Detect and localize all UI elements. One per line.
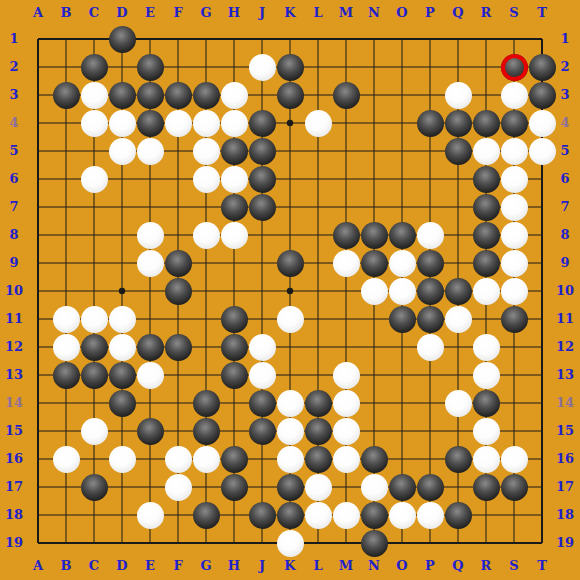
- intersection-C11[interactable]: [80, 305, 108, 333]
- intersection-C4[interactable]: [80, 109, 108, 137]
- intersection-P13[interactable]: [416, 361, 444, 389]
- intersection-N1[interactable]: [360, 25, 388, 53]
- intersection-J12[interactable]: [248, 333, 276, 361]
- intersection-D17[interactable]: [108, 473, 136, 501]
- intersection-N18[interactable]: [360, 501, 388, 529]
- intersection-O11[interactable]: [388, 305, 416, 333]
- intersection-O15[interactable]: [388, 417, 416, 445]
- intersection-T8[interactable]: [528, 221, 556, 249]
- intersection-B16[interactable]: [52, 445, 80, 473]
- intersection-E7[interactable]: [136, 193, 164, 221]
- intersection-N9[interactable]: [360, 249, 388, 277]
- intersection-K19[interactable]: [276, 529, 304, 557]
- intersection-D1[interactable]: [108, 25, 136, 53]
- intersection-J18[interactable]: [248, 501, 276, 529]
- intersection-O9[interactable]: [388, 249, 416, 277]
- intersection-R15[interactable]: [472, 417, 500, 445]
- intersection-B3[interactable]: [52, 81, 80, 109]
- intersection-N2[interactable]: [360, 53, 388, 81]
- intersection-Q8[interactable]: [444, 221, 472, 249]
- intersection-G3[interactable]: [192, 81, 220, 109]
- intersection-H11[interactable]: [220, 305, 248, 333]
- intersection-R16[interactable]: [472, 445, 500, 473]
- intersection-S7[interactable]: [500, 193, 528, 221]
- intersection-G2[interactable]: [192, 53, 220, 81]
- intersection-A7[interactable]: [24, 193, 52, 221]
- intersection-H4[interactable]: [220, 109, 248, 137]
- intersection-P9[interactable]: [416, 249, 444, 277]
- intersection-C10[interactable]: [80, 277, 108, 305]
- intersection-G12[interactable]: [192, 333, 220, 361]
- intersection-P10[interactable]: [416, 277, 444, 305]
- intersection-M18[interactable]: [332, 501, 360, 529]
- intersection-D6[interactable]: [108, 165, 136, 193]
- intersection-Q13[interactable]: [444, 361, 472, 389]
- intersection-P12[interactable]: [416, 333, 444, 361]
- intersection-B15[interactable]: [52, 417, 80, 445]
- intersection-S9[interactable]: [500, 249, 528, 277]
- intersection-Q18[interactable]: [444, 501, 472, 529]
- intersection-B2[interactable]: [52, 53, 80, 81]
- intersection-S10[interactable]: [500, 277, 528, 305]
- intersection-B19[interactable]: [52, 529, 80, 557]
- intersection-G18[interactable]: [192, 501, 220, 529]
- intersection-B10[interactable]: [52, 277, 80, 305]
- intersection-K12[interactable]: [276, 333, 304, 361]
- intersection-H12[interactable]: [220, 333, 248, 361]
- intersection-B17[interactable]: [52, 473, 80, 501]
- intersection-G1[interactable]: [192, 25, 220, 53]
- intersection-H16[interactable]: [220, 445, 248, 473]
- intersection-A3[interactable]: [24, 81, 52, 109]
- intersection-J5[interactable]: [248, 137, 276, 165]
- intersection-R4[interactable]: [472, 109, 500, 137]
- intersection-T9[interactable]: [528, 249, 556, 277]
- intersection-J9[interactable]: [248, 249, 276, 277]
- intersection-R3[interactable]: [472, 81, 500, 109]
- intersection-B5[interactable]: [52, 137, 80, 165]
- intersection-A19[interactable]: [24, 529, 52, 557]
- intersection-L11[interactable]: [304, 305, 332, 333]
- intersection-P11[interactable]: [416, 305, 444, 333]
- intersection-B12[interactable]: [52, 333, 80, 361]
- intersection-B6[interactable]: [52, 165, 80, 193]
- intersection-D16[interactable]: [108, 445, 136, 473]
- intersection-S12[interactable]: [500, 333, 528, 361]
- intersection-M3[interactable]: [332, 81, 360, 109]
- intersection-F11[interactable]: [164, 305, 192, 333]
- intersection-N7[interactable]: [360, 193, 388, 221]
- intersection-G10[interactable]: [192, 277, 220, 305]
- intersection-N5[interactable]: [360, 137, 388, 165]
- intersection-L14[interactable]: [304, 389, 332, 417]
- intersection-O19[interactable]: [388, 529, 416, 557]
- intersection-R19[interactable]: [472, 529, 500, 557]
- intersection-P14[interactable]: [416, 389, 444, 417]
- intersection-C9[interactable]: [80, 249, 108, 277]
- intersection-M4[interactable]: [332, 109, 360, 137]
- intersection-D10[interactable]: [108, 277, 136, 305]
- intersection-L1[interactable]: [304, 25, 332, 53]
- intersection-P18[interactable]: [416, 501, 444, 529]
- intersection-T19[interactable]: [528, 529, 556, 557]
- intersection-D19[interactable]: [108, 529, 136, 557]
- intersection-B11[interactable]: [52, 305, 80, 333]
- intersection-A5[interactable]: [24, 137, 52, 165]
- intersection-C13[interactable]: [80, 361, 108, 389]
- intersection-Q3[interactable]: [444, 81, 472, 109]
- intersection-P6[interactable]: [416, 165, 444, 193]
- intersection-H14[interactable]: [220, 389, 248, 417]
- intersection-L12[interactable]: [304, 333, 332, 361]
- intersection-C2[interactable]: [80, 53, 108, 81]
- intersection-F13[interactable]: [164, 361, 192, 389]
- intersection-S13[interactable]: [500, 361, 528, 389]
- intersection-C19[interactable]: [80, 529, 108, 557]
- intersection-R14[interactable]: [472, 389, 500, 417]
- intersection-O8[interactable]: [388, 221, 416, 249]
- intersection-J8[interactable]: [248, 221, 276, 249]
- intersection-S17[interactable]: [500, 473, 528, 501]
- intersection-N15[interactable]: [360, 417, 388, 445]
- intersection-A8[interactable]: [24, 221, 52, 249]
- intersection-A17[interactable]: [24, 473, 52, 501]
- intersection-A4[interactable]: [24, 109, 52, 137]
- intersection-S14[interactable]: [500, 389, 528, 417]
- intersection-A1[interactable]: [24, 25, 52, 53]
- intersection-E14[interactable]: [136, 389, 164, 417]
- intersection-L8[interactable]: [304, 221, 332, 249]
- intersection-F8[interactable]: [164, 221, 192, 249]
- intersection-R10[interactable]: [472, 277, 500, 305]
- intersection-T11[interactable]: [528, 305, 556, 333]
- intersection-E5[interactable]: [136, 137, 164, 165]
- intersection-O10[interactable]: [388, 277, 416, 305]
- intersection-K6[interactable]: [276, 165, 304, 193]
- intersection-Q15[interactable]: [444, 417, 472, 445]
- intersection-Q5[interactable]: [444, 137, 472, 165]
- intersection-T14[interactable]: [528, 389, 556, 417]
- intersection-J19[interactable]: [248, 529, 276, 557]
- intersection-F12[interactable]: [164, 333, 192, 361]
- intersection-E12[interactable]: [136, 333, 164, 361]
- intersection-J6[interactable]: [248, 165, 276, 193]
- intersection-Q1[interactable]: [444, 25, 472, 53]
- intersection-J3[interactable]: [248, 81, 276, 109]
- intersection-R6[interactable]: [472, 165, 500, 193]
- intersection-A6[interactable]: [24, 165, 52, 193]
- intersection-H10[interactable]: [220, 277, 248, 305]
- intersection-K8[interactable]: [276, 221, 304, 249]
- intersection-J11[interactable]: [248, 305, 276, 333]
- intersection-E19[interactable]: [136, 529, 164, 557]
- intersection-K14[interactable]: [276, 389, 304, 417]
- intersection-M6[interactable]: [332, 165, 360, 193]
- intersection-S11[interactable]: [500, 305, 528, 333]
- intersection-N12[interactable]: [360, 333, 388, 361]
- intersection-B18[interactable]: [52, 501, 80, 529]
- intersection-F9[interactable]: [164, 249, 192, 277]
- intersection-R7[interactable]: [472, 193, 500, 221]
- intersection-L15[interactable]: [304, 417, 332, 445]
- intersection-C16[interactable]: [80, 445, 108, 473]
- intersection-H7[interactable]: [220, 193, 248, 221]
- intersection-Q14[interactable]: [444, 389, 472, 417]
- intersection-E13[interactable]: [136, 361, 164, 389]
- intersection-F4[interactable]: [164, 109, 192, 137]
- intersection-G9[interactable]: [192, 249, 220, 277]
- intersection-A16[interactable]: [24, 445, 52, 473]
- intersection-C12[interactable]: [80, 333, 108, 361]
- intersection-P5[interactable]: [416, 137, 444, 165]
- intersection-E10[interactable]: [136, 277, 164, 305]
- intersection-N10[interactable]: [360, 277, 388, 305]
- intersection-K16[interactable]: [276, 445, 304, 473]
- intersection-J7[interactable]: [248, 193, 276, 221]
- intersection-L9[interactable]: [304, 249, 332, 277]
- intersection-A9[interactable]: [24, 249, 52, 277]
- intersection-A12[interactable]: [24, 333, 52, 361]
- intersection-S6[interactable]: [500, 165, 528, 193]
- intersection-B13[interactable]: [52, 361, 80, 389]
- intersection-M12[interactable]: [332, 333, 360, 361]
- intersection-F2[interactable]: [164, 53, 192, 81]
- intersection-M17[interactable]: [332, 473, 360, 501]
- intersection-B4[interactable]: [52, 109, 80, 137]
- intersection-P3[interactable]: [416, 81, 444, 109]
- intersection-K13[interactable]: [276, 361, 304, 389]
- intersection-M2[interactable]: [332, 53, 360, 81]
- intersection-D18[interactable]: [108, 501, 136, 529]
- intersection-D3[interactable]: [108, 81, 136, 109]
- intersection-Q2[interactable]: [444, 53, 472, 81]
- intersection-L3[interactable]: [304, 81, 332, 109]
- intersection-S16[interactable]: [500, 445, 528, 473]
- intersection-D8[interactable]: [108, 221, 136, 249]
- intersection-E11[interactable]: [136, 305, 164, 333]
- intersection-F16[interactable]: [164, 445, 192, 473]
- intersection-T12[interactable]: [528, 333, 556, 361]
- intersection-B8[interactable]: [52, 221, 80, 249]
- intersection-M15[interactable]: [332, 417, 360, 445]
- intersection-M1[interactable]: [332, 25, 360, 53]
- intersection-H3[interactable]: [220, 81, 248, 109]
- intersection-O2[interactable]: [388, 53, 416, 81]
- intersection-D14[interactable]: [108, 389, 136, 417]
- intersection-H18[interactable]: [220, 501, 248, 529]
- intersection-R17[interactable]: [472, 473, 500, 501]
- intersection-Q4[interactable]: [444, 109, 472, 137]
- intersection-H9[interactable]: [220, 249, 248, 277]
- intersection-J1[interactable]: [248, 25, 276, 53]
- intersection-A11[interactable]: [24, 305, 52, 333]
- intersection-A15[interactable]: [24, 417, 52, 445]
- intersection-R9[interactable]: [472, 249, 500, 277]
- intersection-N8[interactable]: [360, 221, 388, 249]
- intersection-T4[interactable]: [528, 109, 556, 137]
- intersection-Q6[interactable]: [444, 165, 472, 193]
- intersection-N16[interactable]: [360, 445, 388, 473]
- intersection-M19[interactable]: [332, 529, 360, 557]
- intersection-G6[interactable]: [192, 165, 220, 193]
- intersection-D2[interactable]: [108, 53, 136, 81]
- intersection-L19[interactable]: [304, 529, 332, 557]
- intersection-K4[interactable]: [276, 109, 304, 137]
- intersection-T5[interactable]: [528, 137, 556, 165]
- intersection-Q11[interactable]: [444, 305, 472, 333]
- intersection-C5[interactable]: [80, 137, 108, 165]
- intersection-L2[interactable]: [304, 53, 332, 81]
- intersection-P2[interactable]: [416, 53, 444, 81]
- intersection-H19[interactable]: [220, 529, 248, 557]
- intersection-R8[interactable]: [472, 221, 500, 249]
- intersection-G19[interactable]: [192, 529, 220, 557]
- intersection-E4[interactable]: [136, 109, 164, 137]
- intersection-K15[interactable]: [276, 417, 304, 445]
- intersection-F18[interactable]: [164, 501, 192, 529]
- intersection-N6[interactable]: [360, 165, 388, 193]
- intersection-C8[interactable]: [80, 221, 108, 249]
- intersection-P1[interactable]: [416, 25, 444, 53]
- intersection-S18[interactable]: [500, 501, 528, 529]
- intersection-P15[interactable]: [416, 417, 444, 445]
- intersection-P4[interactable]: [416, 109, 444, 137]
- intersection-H5[interactable]: [220, 137, 248, 165]
- intersection-F15[interactable]: [164, 417, 192, 445]
- intersection-H2[interactable]: [220, 53, 248, 81]
- intersection-Q19[interactable]: [444, 529, 472, 557]
- intersection-S3[interactable]: [500, 81, 528, 109]
- intersection-M5[interactable]: [332, 137, 360, 165]
- intersection-C6[interactable]: [80, 165, 108, 193]
- intersection-P8[interactable]: [416, 221, 444, 249]
- intersection-K18[interactable]: [276, 501, 304, 529]
- intersection-L6[interactable]: [304, 165, 332, 193]
- intersection-E8[interactable]: [136, 221, 164, 249]
- intersection-O6[interactable]: [388, 165, 416, 193]
- intersection-F7[interactable]: [164, 193, 192, 221]
- intersection-G11[interactable]: [192, 305, 220, 333]
- intersection-C17[interactable]: [80, 473, 108, 501]
- intersection-T16[interactable]: [528, 445, 556, 473]
- intersection-R12[interactable]: [472, 333, 500, 361]
- intersection-O13[interactable]: [388, 361, 416, 389]
- intersection-K17[interactable]: [276, 473, 304, 501]
- intersection-T1[interactable]: [528, 25, 556, 53]
- intersection-G5[interactable]: [192, 137, 220, 165]
- intersection-J10[interactable]: [248, 277, 276, 305]
- intersection-E6[interactable]: [136, 165, 164, 193]
- intersection-D4[interactable]: [108, 109, 136, 137]
- intersection-S2[interactable]: [500, 53, 528, 81]
- intersection-F17[interactable]: [164, 473, 192, 501]
- intersection-N4[interactable]: [360, 109, 388, 137]
- intersection-H6[interactable]: [220, 165, 248, 193]
- intersection-E1[interactable]: [136, 25, 164, 53]
- intersection-A10[interactable]: [24, 277, 52, 305]
- intersection-E16[interactable]: [136, 445, 164, 473]
- intersection-R1[interactable]: [472, 25, 500, 53]
- intersection-D13[interactable]: [108, 361, 136, 389]
- intersection-S19[interactable]: [500, 529, 528, 557]
- intersection-Q17[interactable]: [444, 473, 472, 501]
- intersection-D9[interactable]: [108, 249, 136, 277]
- intersection-O7[interactable]: [388, 193, 416, 221]
- intersection-K11[interactable]: [276, 305, 304, 333]
- intersection-N19[interactable]: [360, 529, 388, 557]
- intersection-R13[interactable]: [472, 361, 500, 389]
- intersection-E17[interactable]: [136, 473, 164, 501]
- intersection-M8[interactable]: [332, 221, 360, 249]
- intersection-L17[interactable]: [304, 473, 332, 501]
- intersection-C18[interactable]: [80, 501, 108, 529]
- intersection-M9[interactable]: [332, 249, 360, 277]
- intersection-H8[interactable]: [220, 221, 248, 249]
- intersection-M14[interactable]: [332, 389, 360, 417]
- intersection-M10[interactable]: [332, 277, 360, 305]
- intersection-S4[interactable]: [500, 109, 528, 137]
- intersection-L16[interactable]: [304, 445, 332, 473]
- intersection-C15[interactable]: [80, 417, 108, 445]
- intersection-Q16[interactable]: [444, 445, 472, 473]
- intersection-N13[interactable]: [360, 361, 388, 389]
- intersection-D5[interactable]: [108, 137, 136, 165]
- intersection-G14[interactable]: [192, 389, 220, 417]
- intersection-J14[interactable]: [248, 389, 276, 417]
- intersection-T15[interactable]: [528, 417, 556, 445]
- intersection-T18[interactable]: [528, 501, 556, 529]
- intersection-M13[interactable]: [332, 361, 360, 389]
- intersection-L13[interactable]: [304, 361, 332, 389]
- intersection-P7[interactable]: [416, 193, 444, 221]
- intersection-O3[interactable]: [388, 81, 416, 109]
- intersection-G8[interactable]: [192, 221, 220, 249]
- intersection-O4[interactable]: [388, 109, 416, 137]
- intersection-Q9[interactable]: [444, 249, 472, 277]
- intersection-H17[interactable]: [220, 473, 248, 501]
- intersection-N17[interactable]: [360, 473, 388, 501]
- intersection-C14[interactable]: [80, 389, 108, 417]
- intersection-H15[interactable]: [220, 417, 248, 445]
- intersection-G15[interactable]: [192, 417, 220, 445]
- intersection-E9[interactable]: [136, 249, 164, 277]
- intersection-L7[interactable]: [304, 193, 332, 221]
- intersection-C3[interactable]: [80, 81, 108, 109]
- intersection-R5[interactable]: [472, 137, 500, 165]
- intersection-F5[interactable]: [164, 137, 192, 165]
- intersection-C7[interactable]: [80, 193, 108, 221]
- intersection-O1[interactable]: [388, 25, 416, 53]
- intersection-T7[interactable]: [528, 193, 556, 221]
- intersection-F14[interactable]: [164, 389, 192, 417]
- intersection-J4[interactable]: [248, 109, 276, 137]
- intersection-A2[interactable]: [24, 53, 52, 81]
- intersection-K1[interactable]: [276, 25, 304, 53]
- intersection-L5[interactable]: [304, 137, 332, 165]
- intersection-M16[interactable]: [332, 445, 360, 473]
- intersection-M7[interactable]: [332, 193, 360, 221]
- intersection-D7[interactable]: [108, 193, 136, 221]
- intersection-S5[interactable]: [500, 137, 528, 165]
- intersection-F1[interactable]: [164, 25, 192, 53]
- intersection-L10[interactable]: [304, 277, 332, 305]
- intersection-K7[interactable]: [276, 193, 304, 221]
- intersection-B1[interactable]: [52, 25, 80, 53]
- intersection-Q10[interactable]: [444, 277, 472, 305]
- intersection-E2[interactable]: [136, 53, 164, 81]
- intersection-T3[interactable]: [528, 81, 556, 109]
- intersection-D12[interactable]: [108, 333, 136, 361]
